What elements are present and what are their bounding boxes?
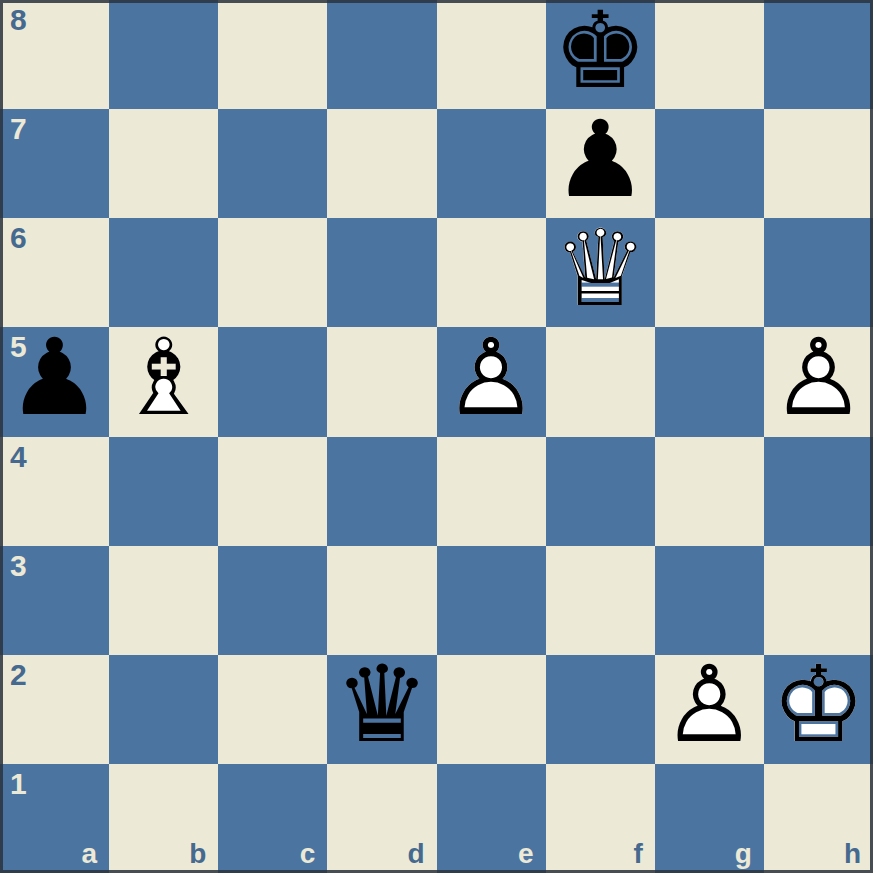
square-c5[interactable] [218, 327, 327, 436]
square-a4[interactable]: 4 [0, 437, 109, 546]
white-pawn-outline-glyph: ♙ [444, 325, 539, 431]
piece-white-bishop-b5[interactable]: ♝♗ [109, 327, 218, 436]
square-g1[interactable]: g [655, 764, 764, 873]
square-h3[interactable] [764, 546, 873, 655]
square-c8[interactable] [218, 0, 327, 109]
square-h5[interactable]: ♟♙ [764, 327, 873, 436]
rank-label-4: 4 [10, 442, 27, 472]
white-pawn-outline-glyph: ♙ [662, 652, 757, 758]
square-b6[interactable] [109, 218, 218, 327]
square-h7[interactable] [764, 109, 873, 218]
square-f8[interactable]: ♚ [546, 0, 655, 109]
square-b1[interactable]: b [109, 764, 218, 873]
square-g4[interactable] [655, 437, 764, 546]
square-f6[interactable]: ♛♕ [546, 218, 655, 327]
square-d2[interactable]: ♛ [327, 655, 436, 764]
square-a7[interactable]: 7 [0, 109, 109, 218]
square-g8[interactable] [655, 0, 764, 109]
piece-black-pawn-a5[interactable]: ♟ [0, 327, 109, 436]
black-king-glyph: ♚ [553, 0, 648, 103]
square-f3[interactable] [546, 546, 655, 655]
square-c4[interactable] [218, 437, 327, 546]
piece-white-king-h2[interactable]: ♚♔ [764, 655, 873, 764]
rank-label-2: 2 [10, 660, 27, 690]
square-a6[interactable]: 6 [0, 218, 109, 327]
square-g6[interactable] [655, 218, 764, 327]
square-b2[interactable] [109, 655, 218, 764]
square-a1[interactable]: 1a [0, 764, 109, 873]
piece-white-pawn-h5[interactable]: ♟♙ [764, 327, 873, 436]
white-king-outline-glyph: ♔ [771, 652, 866, 758]
file-label-h: h [844, 840, 861, 868]
file-label-c: c [300, 840, 316, 868]
square-h8[interactable] [764, 0, 873, 109]
black-pawn-glyph: ♟ [553, 106, 648, 212]
square-g2[interactable]: ♟♙ [655, 655, 764, 764]
square-f4[interactable] [546, 437, 655, 546]
square-e3[interactable] [437, 546, 546, 655]
square-h4[interactable] [764, 437, 873, 546]
rank-label-8: 8 [10, 5, 27, 35]
black-pawn-glyph: ♟ [7, 325, 102, 431]
square-d5[interactable] [327, 327, 436, 436]
white-pawn-outline-glyph: ♙ [771, 325, 866, 431]
square-c7[interactable] [218, 109, 327, 218]
square-b8[interactable] [109, 0, 218, 109]
rank-label-1: 1 [10, 769, 27, 799]
square-h6[interactable] [764, 218, 873, 327]
white-bishop-outline-glyph: ♗ [116, 325, 211, 431]
square-d6[interactable] [327, 218, 436, 327]
square-g5[interactable] [655, 327, 764, 436]
square-e1[interactable]: e [437, 764, 546, 873]
file-label-a: a [82, 840, 98, 868]
square-d1[interactable]: d [327, 764, 436, 873]
square-d8[interactable] [327, 0, 436, 109]
square-f1[interactable]: f [546, 764, 655, 873]
square-d3[interactable] [327, 546, 436, 655]
square-e6[interactable] [437, 218, 546, 327]
square-e7[interactable] [437, 109, 546, 218]
square-a8[interactable]: 8 [0, 0, 109, 109]
square-a5[interactable]: 5♟ [0, 327, 109, 436]
square-g7[interactable] [655, 109, 764, 218]
square-e4[interactable] [437, 437, 546, 546]
square-e8[interactable] [437, 0, 546, 109]
square-c2[interactable] [218, 655, 327, 764]
black-queen-glyph: ♛ [334, 652, 429, 758]
piece-white-pawn-e5[interactable]: ♟♙ [437, 327, 546, 436]
square-b4[interactable] [109, 437, 218, 546]
piece-white-pawn-g2[interactable]: ♟♙ [655, 655, 764, 764]
file-label-g: g [735, 840, 752, 868]
square-b7[interactable] [109, 109, 218, 218]
piece-black-pawn-f7[interactable]: ♟ [546, 109, 655, 218]
piece-black-king-f8[interactable]: ♚ [546, 0, 655, 109]
square-f7[interactable]: ♟ [546, 109, 655, 218]
white-queen-outline-glyph: ♕ [553, 216, 648, 322]
square-c6[interactable] [218, 218, 327, 327]
square-d7[interactable] [327, 109, 436, 218]
rank-label-7: 7 [10, 114, 27, 144]
square-d4[interactable] [327, 437, 436, 546]
piece-white-queen-f6[interactable]: ♛♕ [546, 218, 655, 327]
file-label-b: b [189, 840, 206, 868]
square-c1[interactable]: c [218, 764, 327, 873]
rank-label-6: 6 [10, 223, 27, 253]
file-label-e: e [518, 840, 534, 868]
square-h1[interactable]: h [764, 764, 873, 873]
square-h2[interactable]: ♚♔ [764, 655, 873, 764]
piece-black-queen-d2[interactable]: ♛ [327, 655, 436, 764]
square-c3[interactable] [218, 546, 327, 655]
rank-label-3: 3 [10, 551, 27, 581]
chess-board: 8♚7♟6♛♕5♟♝♗♟♙♟♙432♛♟♙♚♔1abcdefgh [0, 0, 873, 873]
square-a3[interactable]: 3 [0, 546, 109, 655]
square-a2[interactable]: 2 [0, 655, 109, 764]
square-f2[interactable] [546, 655, 655, 764]
square-b3[interactable] [109, 546, 218, 655]
square-f5[interactable] [546, 327, 655, 436]
file-label-f: f [633, 840, 642, 868]
square-e5[interactable]: ♟♙ [437, 327, 546, 436]
square-g3[interactable] [655, 546, 764, 655]
file-label-d: d [407, 840, 424, 868]
square-b5[interactable]: ♝♗ [109, 327, 218, 436]
square-e2[interactable] [437, 655, 546, 764]
